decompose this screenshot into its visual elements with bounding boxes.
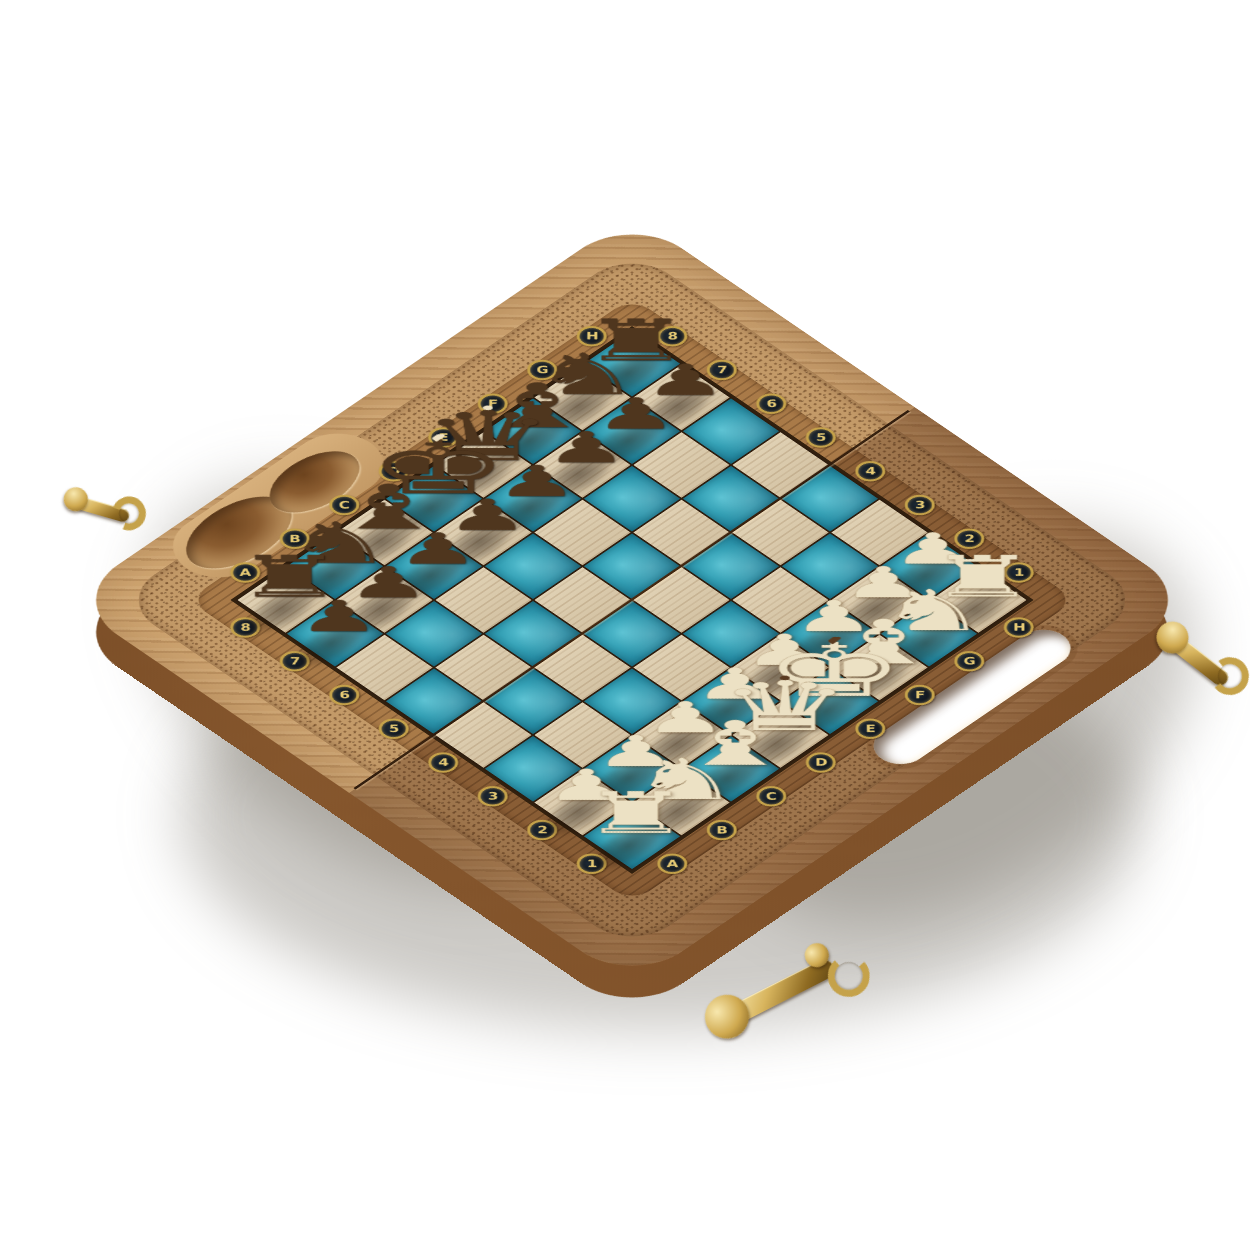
pieces-layer: ♜♞♟♝♟♛♟♚♟♝♟♞♟♟♜♟♟♜♟♟♞♟♝♟♚♟♛♟♝♟♞♜ (66, 214, 1197, 986)
wooden-case: AA88BB77CC66DD55EE44FF33GG22HH11 ♜♞♟♝♟♛♟… (66, 214, 1197, 986)
king-finial-icon (827, 554, 841, 575)
king-finial-icon (431, 352, 445, 373)
piece-black-pawn-a7[interactable]: ♟ (287, 601, 383, 667)
scene: AA88BB77CC66DD55EE44FF33GG22HH11 ♜♞♟♝♟♛♟… (0, 0, 1250, 1250)
white-rook-glyph: ♜ (551, 727, 721, 839)
piece-white-rook-a1[interactable]: ♜ (584, 804, 680, 870)
black-pawn-glyph: ♟ (254, 552, 424, 637)
queen-finial-icon (780, 604, 790, 614)
product-photo-chess-case: AA88BB77CC66DD55EE44FF33GG22HH11 ♜♞♟♝♟♛♟… (0, 0, 1250, 1250)
